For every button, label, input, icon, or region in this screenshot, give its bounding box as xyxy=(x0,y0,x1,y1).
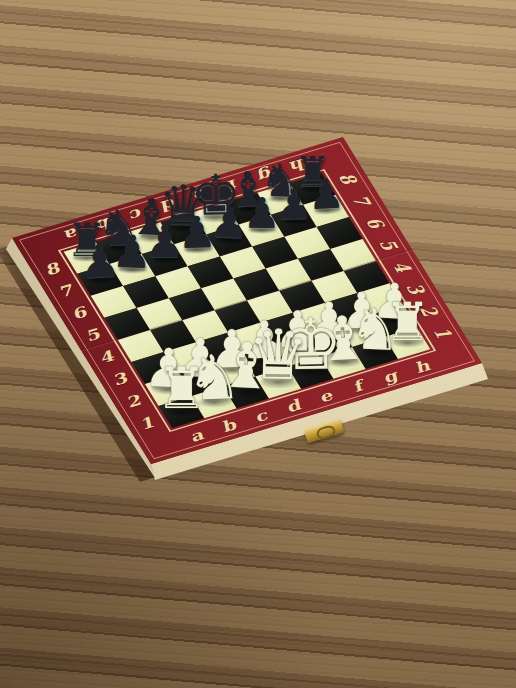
file-label-near-b: b xyxy=(218,417,239,434)
file-label-near-c: c xyxy=(251,408,271,425)
rank-label-right-1: 1 xyxy=(430,325,455,340)
rank-label-right-6: 6 xyxy=(362,215,387,230)
file-label-near-g: g xyxy=(379,368,400,385)
rank-label-right-7: 7 xyxy=(349,193,374,208)
file-label-far-g: g xyxy=(255,167,276,184)
rank-label-left-3: 3 xyxy=(109,370,130,387)
file-label-far-h: h xyxy=(287,157,309,174)
file-label-near-a: a xyxy=(186,427,206,444)
file-label-near-e: e xyxy=(315,388,335,405)
rank-label-right-8: 8 xyxy=(335,171,360,186)
rank-label-left-5: 5 xyxy=(81,326,102,343)
file-label-far-a: a xyxy=(62,226,82,243)
file-label-far-d: d xyxy=(158,196,179,213)
rank-label-right-5: 5 xyxy=(376,237,401,252)
rank-label-left-4: 4 xyxy=(95,348,116,365)
chess-set-photo: aabbccddeeffgghh1122334455667788 ♜♞♝♛♚♝♞… xyxy=(0,0,516,688)
rank-label-right-2: 2 xyxy=(417,303,442,318)
file-label-far-f: f xyxy=(225,177,241,192)
rank-label-left-6: 6 xyxy=(68,304,89,321)
file-label-far-c: c xyxy=(127,206,147,223)
file-label-near-h: h xyxy=(411,358,433,375)
file-label-near-f: f xyxy=(349,379,365,394)
rank-label-left-2: 2 xyxy=(122,392,143,409)
rank-label-left-8: 8 xyxy=(41,260,62,277)
rank-label-left-1: 1 xyxy=(136,414,157,431)
file-label-near-d: d xyxy=(282,397,303,414)
rank-label-right-3: 3 xyxy=(403,281,428,296)
rank-label-left-7: 7 xyxy=(54,282,75,299)
file-label-far-b: b xyxy=(94,216,115,233)
file-label-far-e: e xyxy=(191,187,211,204)
rank-label-right-4: 4 xyxy=(390,259,415,274)
